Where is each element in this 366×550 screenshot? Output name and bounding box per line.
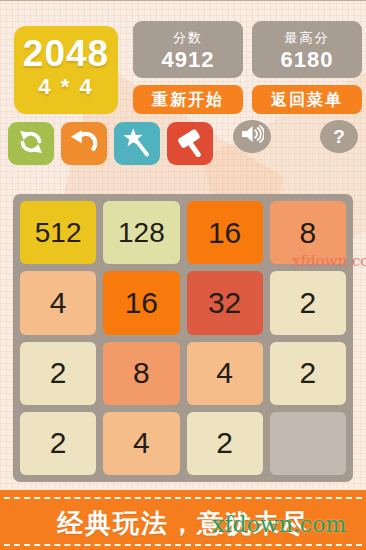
tile-empty bbox=[270, 412, 346, 475]
board[interactable]: 5121281684163222842242 bbox=[13, 194, 353, 482]
banner-dashed-border bbox=[4, 497, 362, 499]
tile-2: 2 bbox=[187, 412, 263, 475]
speaker-icon bbox=[240, 123, 264, 150]
score-label: 分数 bbox=[133, 29, 243, 47]
tile-32: 32 bbox=[187, 271, 263, 334]
refresh-icon bbox=[16, 127, 46, 160]
tile-4: 4 bbox=[103, 412, 179, 475]
tile-4: 4 bbox=[187, 342, 263, 405]
tile-2: 2 bbox=[20, 412, 96, 475]
hammer-icon bbox=[175, 127, 205, 160]
undo-icon bbox=[69, 127, 99, 160]
tile-4: 4 bbox=[20, 271, 96, 334]
tile-2: 2 bbox=[20, 342, 96, 405]
tile-2: 2 bbox=[270, 342, 346, 405]
tile-8: 8 bbox=[270, 201, 346, 264]
promo-banner: 经典玩法，意犹未尽 bbox=[0, 489, 366, 550]
magic-wand-icon bbox=[122, 127, 152, 160]
magic-wand-button[interactable] bbox=[114, 122, 160, 165]
banner-dashed-border bbox=[4, 544, 362, 546]
help-button[interactable]: ? bbox=[320, 120, 358, 153]
refresh-button[interactable] bbox=[8, 122, 54, 165]
game-window: 2048 4 * 4 分数 4912 最高分 6180 重新开始 返回菜单 bbox=[0, 0, 366, 550]
score-box: 分数 4912 bbox=[133, 21, 243, 78]
tile-16: 16 bbox=[187, 201, 263, 264]
undo-button[interactable] bbox=[61, 122, 107, 165]
question-mark-icon: ? bbox=[333, 126, 345, 148]
tile-2: 2 bbox=[270, 271, 346, 334]
back-to-menu-button[interactable]: 返回菜单 bbox=[252, 85, 362, 114]
score-value: 4912 bbox=[133, 47, 243, 73]
logo-grid-size: 4 * 4 bbox=[14, 74, 118, 100]
hammer-button[interactable] bbox=[167, 122, 213, 165]
tile-512: 512 bbox=[20, 201, 96, 264]
tile-16: 16 bbox=[103, 271, 179, 334]
restart-button[interactable]: 重新开始 bbox=[133, 85, 243, 114]
logo-title: 2048 bbox=[14, 35, 118, 74]
logo-badge: 2048 4 * 4 bbox=[14, 26, 118, 114]
tile-8: 8 bbox=[103, 342, 179, 405]
best-score-label: 最高分 bbox=[252, 29, 362, 47]
best-score-value: 6180 bbox=[252, 47, 362, 73]
banner-text: 经典玩法，意犹未尽 bbox=[0, 506, 366, 541]
tile-128: 128 bbox=[103, 201, 179, 264]
sound-toggle-button[interactable] bbox=[233, 120, 271, 153]
best-score-box: 最高分 6180 bbox=[252, 21, 362, 78]
